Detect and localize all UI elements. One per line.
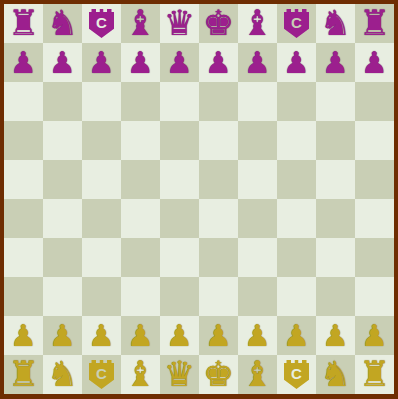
square-r5c10[interactable] [355,160,394,199]
square-r9c3[interactable]: ♟ [82,316,121,355]
square-r6c10[interactable] [355,199,394,238]
white-rook-piece[interactable]: ♜ [359,355,390,394]
black-rook-piece[interactable]: ♜ [8,4,39,43]
square-r1c1[interactable]: ♜ [4,4,43,43]
square-r6c2[interactable] [43,199,82,238]
square-r4c8[interactable] [277,121,316,160]
white-knight-piece[interactable]: ♞ [320,355,351,394]
square-r2c1[interactable]: ♟ [4,43,43,82]
white-pawn-piece[interactable]: ♟ [322,316,349,355]
square-r4c1[interactable] [4,121,43,160]
square-r3c7[interactable] [238,82,277,121]
square-r3c5[interactable] [160,82,199,121]
square-r5c8[interactable] [277,160,316,199]
square-r5c9[interactable] [316,160,355,199]
chancellor-letter: C [96,15,107,30]
square-r6c6[interactable] [199,199,238,238]
square-r1c10[interactable]: ♜ [355,4,394,43]
black-knight-piece[interactable]: ♞ [47,4,78,43]
white-bishop-piece[interactable]: ♝ [125,355,156,394]
square-r7c1[interactable] [4,238,43,277]
square-r3c4[interactable] [121,82,160,121]
white-rook-piece[interactable]: ♜ [8,355,39,394]
square-r1c6[interactable]: ♚ [199,4,238,43]
square-r9c7[interactable]: ♟ [238,316,277,355]
chancellor-letter: C [291,15,302,30]
black-pawn-piece[interactable]: ♟ [49,43,76,82]
square-r1c7[interactable]: ♝ [238,4,277,43]
black-chancellor-piece[interactable]: C [284,9,309,38]
square-r1c4[interactable]: ♝ [121,4,160,43]
square-r3c6[interactable] [199,82,238,121]
black-pawn-piece[interactable]: ♟ [205,43,232,82]
square-r3c10[interactable] [355,82,394,121]
square-r5c7[interactable] [238,160,277,199]
square-r5c6[interactable] [199,160,238,199]
black-bishop-piece[interactable]: ♝ [242,4,273,43]
square-r3c1[interactable] [4,82,43,121]
square-r6c4[interactable] [121,199,160,238]
square-r10c5[interactable]: ♛ [160,355,199,394]
chancellor-letter: C [96,366,107,381]
square-r2c2[interactable]: ♟ [43,43,82,82]
black-pawn-piece[interactable]: ♟ [244,43,271,82]
square-r5c5[interactable] [160,160,199,199]
square-r6c5[interactable] [160,199,199,238]
square-r9c9[interactable]: ♟ [316,316,355,355]
square-r5c2[interactable] [43,160,82,199]
square-r7c6[interactable] [199,238,238,277]
square-r8c8[interactable] [277,277,316,316]
white-pawn-piece[interactable]: ♟ [166,316,193,355]
square-r3c3[interactable] [82,82,121,121]
square-r4c7[interactable] [238,121,277,160]
white-king-piece[interactable]: ♚ [203,355,234,394]
square-r9c4[interactable]: ♟ [121,316,160,355]
board-frame: ♜♞C♝♛♚♝C♞♜♟♟♟♟♟♟♟♟♟♟♟♟♟♟♟♟♟♟♟♟♜♞C♝♛♚♝C♞♜ [0,0,398,399]
square-r10c2[interactable]: ♞ [43,355,82,394]
square-r2c6[interactable]: ♟ [199,43,238,82]
square-r6c9[interactable] [316,199,355,238]
square-r2c3[interactable]: ♟ [82,43,121,82]
square-r10c10[interactable]: ♜ [355,355,394,394]
square-r2c8[interactable]: ♟ [277,43,316,82]
square-r8c2[interactable] [43,277,82,316]
square-r7c7[interactable] [238,238,277,277]
square-r9c6[interactable]: ♟ [199,316,238,355]
square-r6c8[interactable] [277,199,316,238]
square-r8c6[interactable] [199,277,238,316]
square-r6c3[interactable] [82,199,121,238]
square-r5c4[interactable] [121,160,160,199]
square-r4c4[interactable] [121,121,160,160]
square-r7c10[interactable] [355,238,394,277]
white-bishop-piece[interactable]: ♝ [242,355,273,394]
square-r7c4[interactable] [121,238,160,277]
square-r8c1[interactable] [4,277,43,316]
white-pawn-piece[interactable]: ♟ [10,316,37,355]
chancellor-letter: C [291,366,302,381]
black-pawn-piece[interactable]: ♟ [127,43,154,82]
white-chancellor-piece[interactable]: C [284,360,309,389]
white-knight-piece[interactable]: ♞ [47,355,78,394]
square-r8c10[interactable] [355,277,394,316]
square-r10c1[interactable]: ♜ [4,355,43,394]
square-r8c4[interactable] [121,277,160,316]
square-r9c8[interactable]: ♟ [277,316,316,355]
square-r1c3[interactable]: C [82,4,121,43]
square-r5c1[interactable] [4,160,43,199]
square-r4c2[interactable] [43,121,82,160]
white-pawn-piece[interactable]: ♟ [88,316,115,355]
black-pawn-piece[interactable]: ♟ [88,43,115,82]
square-r5c3[interactable] [82,160,121,199]
square-r10c3[interactable]: C [82,355,121,394]
white-pawn-piece[interactable]: ♟ [205,316,232,355]
square-r2c10[interactable]: ♟ [355,43,394,82]
square-r7c8[interactable] [277,238,316,277]
square-r1c2[interactable]: ♞ [43,4,82,43]
white-pawn-piece[interactable]: ♟ [244,316,271,355]
white-pawn-piece[interactable]: ♟ [49,316,76,355]
square-r10c6[interactable]: ♚ [199,355,238,394]
square-r10c4[interactable]: ♝ [121,355,160,394]
square-r8c9[interactable] [316,277,355,316]
square-r7c3[interactable] [82,238,121,277]
square-r4c6[interactable] [199,121,238,160]
black-pawn-piece[interactable]: ♟ [322,43,349,82]
square-r9c10[interactable]: ♟ [355,316,394,355]
square-r2c4[interactable]: ♟ [121,43,160,82]
white-pawn-piece[interactable]: ♟ [283,316,310,355]
black-rook-piece[interactable]: ♜ [359,4,390,43]
white-pawn-piece[interactable]: ♟ [361,316,388,355]
square-r4c3[interactable] [82,121,121,160]
square-r2c9[interactable]: ♟ [316,43,355,82]
black-pawn-piece[interactable]: ♟ [361,43,388,82]
square-r6c7[interactable] [238,199,277,238]
square-r6c1[interactable] [4,199,43,238]
square-r3c9[interactable] [316,82,355,121]
square-r3c8[interactable] [277,82,316,121]
square-r9c2[interactable]: ♟ [43,316,82,355]
white-queen-piece[interactable]: ♛ [164,355,195,394]
black-bishop-piece[interactable]: ♝ [125,4,156,43]
square-r10c7[interactable]: ♝ [238,355,277,394]
square-r8c5[interactable] [160,277,199,316]
black-king-piece[interactable]: ♚ [203,4,234,43]
white-pawn-piece[interactable]: ♟ [127,316,154,355]
white-chancellor-piece[interactable]: C [89,360,114,389]
square-r4c10[interactable] [355,121,394,160]
square-r9c5[interactable]: ♟ [160,316,199,355]
square-r1c5[interactable]: ♛ [160,4,199,43]
square-r10c9[interactable]: ♞ [316,355,355,394]
square-r7c9[interactable] [316,238,355,277]
game-window: ♜♞C♝♛♚♝C♞♜♟♟♟♟♟♟♟♟♟♟♟♟♟♟♟♟♟♟♟♟♜♞C♝♛♚♝C♞♜ [0,0,398,399]
square-r7c2[interactable] [43,238,82,277]
black-pawn-piece[interactable]: ♟ [283,43,310,82]
square-r7c5[interactable] [160,238,199,277]
square-r4c9[interactable] [316,121,355,160]
black-knight-piece[interactable]: ♞ [320,4,351,43]
square-r2c5[interactable]: ♟ [160,43,199,82]
black-chancellor-piece[interactable]: C [89,9,114,38]
square-r3c2[interactable] [43,82,82,121]
square-r8c3[interactable] [82,277,121,316]
square-r1c9[interactable]: ♞ [316,4,355,43]
black-pawn-piece[interactable]: ♟ [166,43,193,82]
square-r9c1[interactable]: ♟ [4,316,43,355]
square-r10c8[interactable]: C [277,355,316,394]
square-r8c7[interactable] [238,277,277,316]
black-queen-piece[interactable]: ♛ [164,4,195,43]
black-pawn-piece[interactable]: ♟ [10,43,37,82]
square-r4c5[interactable] [160,121,199,160]
square-r1c8[interactable]: C [277,4,316,43]
chess-board: ♜♞C♝♛♚♝C♞♜♟♟♟♟♟♟♟♟♟♟♟♟♟♟♟♟♟♟♟♟♜♞C♝♛♚♝C♞♜ [4,4,394,394]
square-r2c7[interactable]: ♟ [238,43,277,82]
